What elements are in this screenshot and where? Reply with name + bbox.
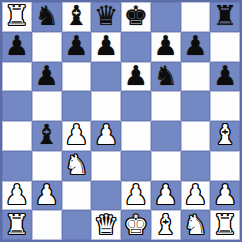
square-b5[interactable] bbox=[32, 91, 62, 121]
piece-white-bishop[interactable]: ♝ bbox=[154, 210, 178, 238]
square-b2[interactable]: ♟ bbox=[32, 181, 62, 211]
square-h6[interactable]: ♟ bbox=[210, 62, 240, 92]
piece-black-bishop[interactable]: ♝ bbox=[64, 2, 88, 30]
square-c1[interactable] bbox=[62, 210, 92, 240]
chess-board: ♜♞♝♛♚♜♟♟♟♟♟♟♟♞♟♝♟♟♝♞♟♟♟♟♟♟♜♛♚♝♞♜ bbox=[0, 0, 242, 242]
piece-black-pawn[interactable]: ♟ bbox=[64, 32, 88, 60]
square-a6[interactable] bbox=[2, 62, 32, 92]
piece-black-pawn[interactable]: ♟ bbox=[5, 32, 29, 60]
square-c5[interactable] bbox=[62, 91, 92, 121]
piece-black-knight[interactable]: ♞ bbox=[35, 2, 59, 30]
square-e1[interactable]: ♚ bbox=[121, 210, 151, 240]
square-h8[interactable]: ♜ bbox=[210, 2, 240, 32]
square-d5[interactable] bbox=[91, 91, 121, 121]
square-f3[interactable] bbox=[151, 151, 181, 181]
piece-black-pawn[interactable]: ♟ bbox=[154, 32, 178, 60]
square-c3[interactable]: ♞ bbox=[62, 151, 92, 181]
square-e5[interactable] bbox=[121, 91, 151, 121]
piece-white-rook[interactable]: ♜ bbox=[5, 210, 29, 238]
piece-white-queen[interactable]: ♛ bbox=[94, 210, 118, 238]
piece-black-pawn[interactable]: ♟ bbox=[213, 62, 237, 90]
square-a1[interactable]: ♜ bbox=[2, 210, 32, 240]
square-f1[interactable]: ♝ bbox=[151, 210, 181, 240]
piece-black-rook[interactable]: ♜ bbox=[213, 2, 237, 30]
square-b3[interactable] bbox=[32, 151, 62, 181]
piece-white-knight[interactable]: ♞ bbox=[64, 151, 88, 179]
square-e6[interactable]: ♟ bbox=[121, 62, 151, 92]
square-f4[interactable] bbox=[151, 121, 181, 151]
square-a5[interactable] bbox=[2, 91, 32, 121]
square-b1[interactable] bbox=[32, 210, 62, 240]
piece-black-king[interactable]: ♚ bbox=[124, 2, 148, 30]
piece-black-pawn[interactable]: ♟ bbox=[94, 32, 118, 60]
piece-white-pawn[interactable]: ♟ bbox=[124, 181, 148, 209]
piece-white-pawn[interactable]: ♟ bbox=[183, 181, 207, 209]
square-c6[interactable] bbox=[62, 62, 92, 92]
square-a4[interactable] bbox=[2, 121, 32, 151]
square-b4[interactable]: ♝ bbox=[32, 121, 62, 151]
square-f2[interactable]: ♟ bbox=[151, 181, 181, 211]
piece-black-bishop[interactable]: ♝ bbox=[35, 121, 59, 149]
piece-white-bishop[interactable]: ♝ bbox=[213, 121, 237, 149]
piece-white-knight[interactable]: ♞ bbox=[183, 210, 207, 238]
square-h4[interactable]: ♝ bbox=[210, 121, 240, 151]
square-h7[interactable] bbox=[210, 32, 240, 62]
square-a2[interactable]: ♟ bbox=[2, 181, 32, 211]
piece-black-pawn[interactable]: ♟ bbox=[124, 62, 148, 90]
piece-white-pawn[interactable]: ♟ bbox=[5, 181, 29, 209]
piece-white-king[interactable]: ♚ bbox=[124, 210, 148, 238]
square-e7[interactable] bbox=[121, 32, 151, 62]
square-b8[interactable]: ♞ bbox=[32, 2, 62, 32]
piece-white-rook[interactable]: ♜ bbox=[5, 2, 29, 30]
square-d6[interactable] bbox=[91, 62, 121, 92]
square-f5[interactable] bbox=[151, 91, 181, 121]
square-g5[interactable] bbox=[181, 91, 211, 121]
piece-black-pawn[interactable]: ♟ bbox=[183, 32, 207, 60]
square-g4[interactable] bbox=[181, 121, 211, 151]
piece-black-knight[interactable]: ♞ bbox=[154, 62, 178, 90]
square-e4[interactable] bbox=[121, 121, 151, 151]
square-d3[interactable] bbox=[91, 151, 121, 181]
square-f6[interactable]: ♞ bbox=[151, 62, 181, 92]
square-a8[interactable]: ♜ bbox=[2, 2, 32, 32]
square-g2[interactable]: ♟ bbox=[181, 181, 211, 211]
square-c4[interactable]: ♟ bbox=[62, 121, 92, 151]
square-g1[interactable]: ♞ bbox=[181, 210, 211, 240]
square-h2[interactable]: ♟ bbox=[210, 181, 240, 211]
square-h1[interactable]: ♜ bbox=[210, 210, 240, 240]
square-c2[interactable] bbox=[62, 181, 92, 211]
square-c8[interactable]: ♝ bbox=[62, 2, 92, 32]
piece-white-pawn[interactable]: ♟ bbox=[94, 121, 118, 149]
chess-board-wrapper: ♜♞♝♛♚♜♟♟♟♟♟♟♟♞♟♝♟♟♝♞♟♟♟♟♟♟♜♛♚♝♞♜ bbox=[0, 0, 242, 242]
square-d8[interactable]: ♛ bbox=[91, 2, 121, 32]
square-g3[interactable] bbox=[181, 151, 211, 181]
piece-black-queen[interactable]: ♛ bbox=[94, 2, 118, 30]
square-c7[interactable]: ♟ bbox=[62, 32, 92, 62]
piece-white-pawn[interactable]: ♟ bbox=[213, 181, 237, 209]
square-d7[interactable]: ♟ bbox=[91, 32, 121, 62]
square-a3[interactable] bbox=[2, 151, 32, 181]
piece-black-pawn[interactable]: ♟ bbox=[35, 62, 59, 90]
piece-white-pawn[interactable]: ♟ bbox=[64, 121, 88, 149]
square-a7[interactable]: ♟ bbox=[2, 32, 32, 62]
square-b7[interactable] bbox=[32, 32, 62, 62]
square-e3[interactable] bbox=[121, 151, 151, 181]
square-d2[interactable] bbox=[91, 181, 121, 211]
square-d4[interactable]: ♟ bbox=[91, 121, 121, 151]
square-g8[interactable] bbox=[181, 2, 211, 32]
square-e8[interactable]: ♚ bbox=[121, 2, 151, 32]
square-f7[interactable]: ♟ bbox=[151, 32, 181, 62]
piece-white-pawn[interactable]: ♟ bbox=[154, 181, 178, 209]
square-g7[interactable]: ♟ bbox=[181, 32, 211, 62]
square-b6[interactable]: ♟ bbox=[32, 62, 62, 92]
square-f8[interactable] bbox=[151, 2, 181, 32]
piece-white-pawn[interactable]: ♟ bbox=[35, 181, 59, 209]
square-g6[interactable] bbox=[181, 62, 211, 92]
square-e2[interactable]: ♟ bbox=[121, 181, 151, 211]
square-h5[interactable] bbox=[210, 91, 240, 121]
square-d1[interactable]: ♛ bbox=[91, 210, 121, 240]
square-h3[interactable] bbox=[210, 151, 240, 181]
piece-white-rook[interactable]: ♜ bbox=[213, 210, 237, 238]
